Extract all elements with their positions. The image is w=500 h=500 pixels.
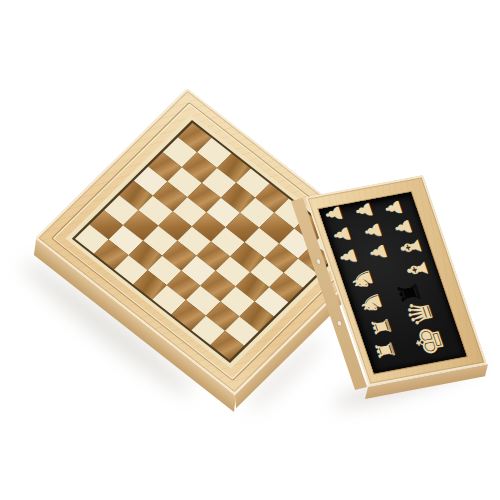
tray-piece-knight-2: ♞ — [355, 289, 388, 317]
tray-piece-pawn-4: ♟ — [329, 224, 355, 246]
tray-piece-pawn-8: ♟ — [365, 241, 391, 263]
tray-piece-pawn-5: ♟ — [360, 220, 386, 242]
tray-piece-rook-2: ♜ — [372, 338, 400, 362]
piece-drawer: ♟♟♟♟♟♟♟♟♝♝♞♞♜♛♜♚♜ — [305, 175, 487, 386]
drawer-dowel-1 — [316, 259, 321, 265]
product-photo-stage: ♟♟♟♟♟♟♟♟♝♝♞♞♜♛♜♚♜ — [0, 0, 500, 500]
tray-piece-pawn-1: ♟ — [321, 203, 347, 225]
tray-piece-king: ♚ — [407, 323, 451, 360]
tray-piece-pawn-3: ♟ — [381, 197, 407, 219]
tray-piece-pawn-7: ♟ — [335, 246, 361, 268]
drawer-dowel-2 — [337, 320, 342, 326]
tray-piece-rook-1: ♜ — [368, 315, 396, 339]
empty-slot-cutout: ♜ — [393, 279, 426, 307]
tray-piece-pawn-2: ♟ — [351, 200, 377, 222]
